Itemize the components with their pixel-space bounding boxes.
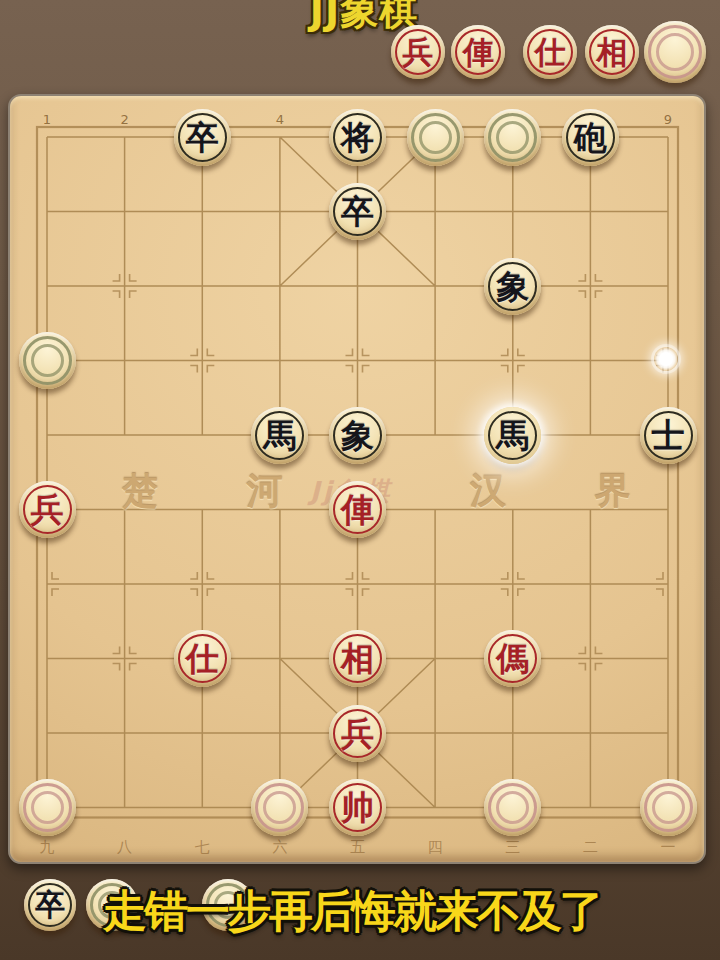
piece-red-兵-c5r8[interactable]: 兵 xyxy=(329,705,386,762)
piece-character: 仕 xyxy=(186,642,219,675)
piece-red-相: 相 xyxy=(585,25,639,79)
piece-character: 仕 xyxy=(535,37,566,68)
piece-character: 卒 xyxy=(35,890,65,920)
piece-character: 傌 xyxy=(496,642,529,675)
xiangqi-board[interactable]: 123456789 九八七六五四三二一 楚 河 汉 界 Jj象棋 卒将砲卒象馬象… xyxy=(8,94,706,864)
coord-bottom-6: 四 xyxy=(428,838,443,857)
coord-bottom-1: 九 xyxy=(40,838,55,857)
piece-character: 相 xyxy=(597,37,628,68)
piece-character: 帅 xyxy=(341,791,374,824)
piece-character: 象 xyxy=(496,270,529,303)
coord-bottom-9: 一 xyxy=(661,838,676,857)
piece-character: 卒 xyxy=(186,121,219,154)
piece-red-俥-c5r5[interactable]: 俥 xyxy=(329,481,386,538)
piece-red-兵-c1r5[interactable]: 兵 xyxy=(19,481,76,538)
piece-red-相-c5r7[interactable]: 相 xyxy=(329,630,386,687)
piece-character: 兵 xyxy=(31,493,64,526)
coord-bottom-3: 七 xyxy=(195,838,210,857)
piece-character: 兵 xyxy=(341,717,374,750)
piece-black-馬-c7r4[interactable]: 馬 xyxy=(484,407,541,464)
piece-character: 俥 xyxy=(341,493,374,526)
piece-black-砲-c8r0[interactable]: 砲 xyxy=(562,109,619,166)
piece-black-馬-c4r4[interactable]: 馬 xyxy=(251,407,308,464)
coord-bottom-5: 五 xyxy=(350,838,365,857)
coord-bottom-2: 八 xyxy=(117,838,132,857)
river-text-chu-he: 楚 河 xyxy=(122,467,321,516)
piece-red-hidden-c7r9[interactable] xyxy=(484,779,541,836)
piece-red-仕: 仕 xyxy=(523,25,577,79)
piece-black-hidden-c7r0[interactable] xyxy=(484,109,541,166)
piece-red-兵: 兵 xyxy=(391,25,445,79)
piece-red-hidden-c9r9[interactable] xyxy=(640,779,697,836)
piece-red-俥: 俥 xyxy=(451,25,505,79)
coord-top-9: 9 xyxy=(664,112,672,127)
piece-character: 俥 xyxy=(463,37,494,68)
piece-character: 将 xyxy=(341,121,374,154)
sparkle-effect xyxy=(654,347,678,371)
coord-bottom-8: 二 xyxy=(583,838,598,857)
subtitle-caption: 走错一步再后悔就来不及了 xyxy=(103,882,601,941)
piece-red-hidden-c4r9[interactable] xyxy=(251,779,308,836)
piece-black-士-c9r4[interactable]: 士 xyxy=(640,407,697,464)
piece-black-象-c7r2[interactable]: 象 xyxy=(484,258,541,315)
piece-black-卒: 卒 xyxy=(24,879,76,931)
piece-black-卒-c5r1[interactable]: 卒 xyxy=(329,183,386,240)
piece-red-hidden xyxy=(644,21,706,83)
game-screen: JJ象棋 兵俥仕相 123456789 九八七六五四三二一 楚 河 汉 界 Jj… xyxy=(0,0,720,960)
piece-black-卒-c3r0[interactable]: 卒 xyxy=(174,109,231,166)
piece-character: 馬 xyxy=(496,419,529,452)
coord-top-1: 1 xyxy=(43,112,51,127)
piece-black-hidden-c6r0[interactable] xyxy=(407,109,464,166)
coord-top-2: 2 xyxy=(120,112,128,127)
piece-character: 卒 xyxy=(341,195,374,228)
piece-red-傌-c7r7[interactable]: 傌 xyxy=(484,630,541,687)
piece-black-将-c5r0[interactable]: 将 xyxy=(329,109,386,166)
piece-character: 兵 xyxy=(403,37,434,68)
river-text-han-jie: 汉 界 xyxy=(470,467,669,516)
piece-red-hidden-c1r9[interactable] xyxy=(19,779,76,836)
piece-character: 砲 xyxy=(574,121,607,154)
coord-top-4: 4 xyxy=(276,112,284,127)
piece-red-帅-c5r9[interactable]: 帅 xyxy=(329,779,386,836)
piece-character: 相 xyxy=(341,642,374,675)
piece-black-象-c5r4[interactable]: 象 xyxy=(329,407,386,464)
piece-black-hidden-c1r3[interactable] xyxy=(19,332,76,389)
coord-bottom-4: 六 xyxy=(272,838,287,857)
piece-character: 馬 xyxy=(263,419,296,452)
piece-character: 士 xyxy=(652,419,685,452)
piece-red-仕-c3r7[interactable]: 仕 xyxy=(174,630,231,687)
coord-bottom-7: 三 xyxy=(505,838,520,857)
piece-character: 象 xyxy=(341,419,374,452)
